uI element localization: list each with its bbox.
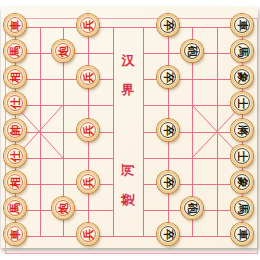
- piece-character: 車: [10, 229, 21, 240]
- piece-character: 車: [237, 20, 248, 31]
- piece-black-cannon[interactable]: 砲: [181, 40, 203, 62]
- piece-red-chariot[interactable]: 車: [4, 223, 26, 245]
- piece-character: 車: [10, 20, 21, 31]
- piece-red-elephant[interactable]: 相: [4, 171, 26, 193]
- photo-canvas: 汉 界 河 楚 車馬相仕帥仕相馬車炮炮兵兵兵兵兵車馬象士將士象馬車砲砲卒卒卒卒卒: [0, 0, 260, 260]
- piece-black-elephant[interactable]: 象: [231, 66, 253, 88]
- piece-character: 炮: [58, 203, 69, 214]
- piece-character: 卒: [163, 125, 174, 136]
- piece-black-soldier[interactable]: 卒: [157, 171, 179, 193]
- piece-red-soldier[interactable]: 兵: [77, 66, 99, 88]
- grid-line: [15, 236, 243, 237]
- piece-character: 馬: [10, 46, 21, 57]
- piece-character: 砲: [187, 46, 198, 57]
- river-text-han: 汉: [118, 51, 138, 71]
- piece-character: 馬: [237, 203, 248, 214]
- piece-red-horse[interactable]: 馬: [4, 197, 26, 219]
- piece-black-elephant[interactable]: 象: [231, 171, 253, 193]
- piece-black-soldier[interactable]: 卒: [157, 14, 179, 36]
- piece-character: 仕: [10, 151, 21, 162]
- grid-line: [15, 184, 114, 185]
- piece-red-soldier[interactable]: 兵: [77, 223, 99, 245]
- grid-line: [15, 79, 114, 80]
- piece-character: 炮: [58, 46, 69, 57]
- piece-red-general[interactable]: 帥: [4, 119, 26, 141]
- river-text-jie: 界: [118, 80, 138, 100]
- piece-character: 卒: [163, 229, 174, 240]
- piece-character: 卒: [163, 72, 174, 83]
- piece-black-chariot[interactable]: 車: [231, 223, 253, 245]
- piece-red-soldier[interactable]: 兵: [77, 14, 99, 36]
- piece-character: 兵: [83, 20, 94, 31]
- piece-black-soldier[interactable]: 卒: [157, 119, 179, 141]
- piece-black-advisor[interactable]: 士: [231, 92, 253, 114]
- piece-character: 仕: [10, 98, 21, 109]
- grid-line: [15, 158, 114, 159]
- grid-line: [15, 105, 114, 106]
- grid-line: [15, 27, 243, 28]
- piece-black-cannon[interactable]: 砲: [181, 197, 203, 219]
- grid-line: [143, 105, 243, 106]
- piece-character: 卒: [163, 20, 174, 31]
- grid-line: [143, 158, 243, 159]
- piece-character: 象: [237, 177, 248, 188]
- piece-black-general[interactable]: 將: [231, 119, 253, 141]
- piece-black-horse[interactable]: 馬: [231, 197, 253, 219]
- piece-character: 象: [237, 72, 248, 83]
- river-text-chu: 楚: [118, 190, 138, 210]
- piece-red-advisor[interactable]: 仕: [4, 92, 26, 114]
- piece-character: 馬: [10, 203, 21, 214]
- piece-character: 帥: [10, 125, 21, 136]
- piece-black-chariot[interactable]: 車: [231, 14, 253, 36]
- piece-character: 將: [237, 125, 248, 136]
- piece-black-soldier[interactable]: 卒: [157, 66, 179, 88]
- piece-red-horse[interactable]: 馬: [4, 40, 26, 62]
- piece-character: 兵: [83, 125, 94, 136]
- piece-black-horse[interactable]: 馬: [231, 40, 253, 62]
- piece-red-advisor[interactable]: 仕: [4, 145, 26, 167]
- piece-character: 砲: [187, 203, 198, 214]
- piece-red-soldier[interactable]: 兵: [77, 171, 99, 193]
- piece-black-advisor[interactable]: 士: [231, 145, 253, 167]
- piece-red-cannon[interactable]: 炮: [52, 197, 74, 219]
- piece-character: 卒: [163, 177, 174, 188]
- piece-character: 士: [237, 151, 248, 162]
- piece-character: 車: [237, 229, 248, 240]
- piece-character: 兵: [83, 229, 94, 240]
- piece-character: 相: [10, 72, 21, 83]
- piece-red-cannon[interactable]: 炮: [52, 40, 74, 62]
- piece-black-soldier[interactable]: 卒: [157, 223, 179, 245]
- piece-character: 兵: [83, 72, 94, 83]
- piece-character: 馬: [237, 46, 248, 57]
- piece-character: 相: [10, 177, 21, 188]
- piece-character: 士: [237, 98, 248, 109]
- piece-red-chariot[interactable]: 車: [4, 14, 26, 36]
- piece-red-elephant[interactable]: 相: [4, 66, 26, 88]
- river-text-he: 河: [118, 160, 138, 180]
- grid-line: [15, 132, 114, 133]
- piece-character: 兵: [83, 177, 94, 188]
- piece-red-soldier[interactable]: 兵: [77, 119, 99, 141]
